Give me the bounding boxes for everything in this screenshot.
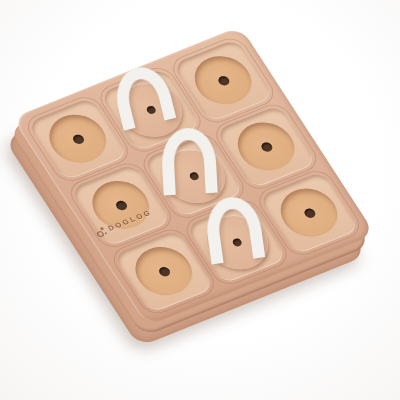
scent-hole	[71, 133, 86, 145]
scent-hole	[157, 266, 172, 278]
treat-well	[125, 239, 203, 303]
treat-well	[184, 48, 262, 112]
scent-hole	[260, 141, 275, 153]
treat-well	[39, 107, 117, 171]
scent-hole	[217, 75, 232, 87]
scent-hole	[303, 207, 318, 219]
product-photo-scene: DOGLOG	[0, 0, 400, 400]
treat-well	[270, 181, 348, 245]
treat-well	[227, 115, 305, 179]
scent-hole	[114, 199, 129, 211]
